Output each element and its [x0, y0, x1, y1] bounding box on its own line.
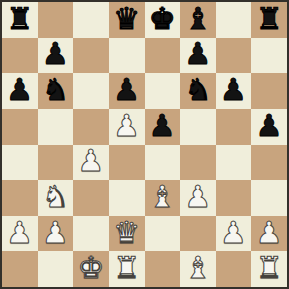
- square-f1[interactable]: ♝: [180, 251, 216, 287]
- square-f6[interactable]: ♞: [180, 73, 216, 109]
- square-d2[interactable]: ♛: [109, 216, 145, 252]
- piece-white-pawn[interactable]: ♟: [184, 182, 211, 212]
- piece-white-rook[interactable]: ♜: [113, 253, 140, 283]
- square-c8[interactable]: [73, 2, 109, 38]
- piece-white-pawn[interactable]: ♟: [256, 218, 283, 248]
- piece-black-rook[interactable]: ♜: [6, 4, 33, 34]
- square-e2[interactable]: [145, 216, 181, 252]
- piece-white-bishop[interactable]: ♝: [184, 253, 211, 283]
- piece-black-bishop[interactable]: ♝: [184, 4, 211, 34]
- piece-black-king[interactable]: ♚: [149, 4, 176, 34]
- piece-white-pawn[interactable]: ♟: [220, 218, 247, 248]
- square-h6[interactable]: [251, 73, 287, 109]
- square-a8[interactable]: ♜: [2, 2, 38, 38]
- square-e1[interactable]: [145, 251, 181, 287]
- square-h5[interactable]: ♟: [251, 109, 287, 145]
- square-b7[interactable]: ♟: [38, 38, 74, 74]
- square-a5[interactable]: [2, 109, 38, 145]
- square-f2[interactable]: [180, 216, 216, 252]
- square-f8[interactable]: ♝: [180, 2, 216, 38]
- piece-black-knight[interactable]: ♞: [42, 75, 69, 105]
- piece-black-pawn[interactable]: ♟: [149, 111, 176, 141]
- square-c2[interactable]: [73, 216, 109, 252]
- square-g8[interactable]: [216, 2, 252, 38]
- piece-black-pawn[interactable]: ♟: [6, 75, 33, 105]
- piece-white-pawn[interactable]: ♟: [6, 218, 33, 248]
- piece-white-rook[interactable]: ♜: [256, 253, 283, 283]
- square-e8[interactable]: ♚: [145, 2, 181, 38]
- square-f5[interactable]: [180, 109, 216, 145]
- square-a4[interactable]: [2, 145, 38, 181]
- square-d1[interactable]: ♜: [109, 251, 145, 287]
- piece-white-pawn[interactable]: ♟: [42, 218, 69, 248]
- square-h3[interactable]: [251, 180, 287, 216]
- square-f4[interactable]: [180, 145, 216, 181]
- piece-white-queen[interactable]: ♛: [113, 218, 140, 248]
- square-a1[interactable]: [2, 251, 38, 287]
- piece-black-pawn[interactable]: ♟: [220, 75, 247, 105]
- square-d7[interactable]: [109, 38, 145, 74]
- square-c5[interactable]: [73, 109, 109, 145]
- piece-black-pawn[interactable]: ♟: [256, 111, 283, 141]
- square-f7[interactable]: ♟: [180, 38, 216, 74]
- square-h4[interactable]: [251, 145, 287, 181]
- square-g5[interactable]: [216, 109, 252, 145]
- square-h7[interactable]: [251, 38, 287, 74]
- square-g4[interactable]: [216, 145, 252, 181]
- square-b3[interactable]: ♞: [38, 180, 74, 216]
- square-e5[interactable]: ♟: [145, 109, 181, 145]
- square-c1[interactable]: ♚: [73, 251, 109, 287]
- square-e7[interactable]: [145, 38, 181, 74]
- piece-white-pawn[interactable]: ♟: [78, 146, 105, 176]
- square-h1[interactable]: ♜: [251, 251, 287, 287]
- square-g6[interactable]: ♟: [216, 73, 252, 109]
- square-b4[interactable]: [38, 145, 74, 181]
- square-d4[interactable]: [109, 145, 145, 181]
- square-c3[interactable]: [73, 180, 109, 216]
- square-g7[interactable]: [216, 38, 252, 74]
- square-c4[interactable]: ♟: [73, 145, 109, 181]
- square-e3[interactable]: ♝: [145, 180, 181, 216]
- piece-black-knight[interactable]: ♞: [184, 75, 211, 105]
- square-g2[interactable]: ♟: [216, 216, 252, 252]
- square-h2[interactable]: ♟: [251, 216, 287, 252]
- piece-white-king[interactable]: ♚: [78, 253, 105, 283]
- square-h8[interactable]: ♜: [251, 2, 287, 38]
- chess-board: ♜♛♚♝♜♟♟♟♞♟♞♟♟♟♟♟♞♝♟♟♟♛♟♟♚♜♝♜: [0, 0, 289, 289]
- square-a3[interactable]: [2, 180, 38, 216]
- piece-black-pawn[interactable]: ♟: [42, 39, 69, 69]
- square-f3[interactable]: ♟: [180, 180, 216, 216]
- square-d6[interactable]: ♟: [109, 73, 145, 109]
- square-c7[interactable]: [73, 38, 109, 74]
- piece-black-pawn[interactable]: ♟: [184, 39, 211, 69]
- square-b5[interactable]: [38, 109, 74, 145]
- piece-black-pawn[interactable]: ♟: [113, 75, 140, 105]
- square-d3[interactable]: [109, 180, 145, 216]
- piece-white-knight[interactable]: ♞: [42, 182, 69, 212]
- square-d8[interactable]: ♛: [109, 2, 145, 38]
- square-g3[interactable]: [216, 180, 252, 216]
- square-d5[interactable]: ♟: [109, 109, 145, 145]
- piece-black-rook[interactable]: ♜: [256, 4, 283, 34]
- square-b2[interactable]: ♟: [38, 216, 74, 252]
- square-b6[interactable]: ♞: [38, 73, 74, 109]
- square-a2[interactable]: ♟: [2, 216, 38, 252]
- square-a7[interactable]: [2, 38, 38, 74]
- square-a6[interactable]: ♟: [2, 73, 38, 109]
- square-b8[interactable]: [38, 2, 74, 38]
- piece-white-bishop[interactable]: ♝: [149, 182, 176, 212]
- piece-white-pawn[interactable]: ♟: [113, 111, 140, 141]
- square-e4[interactable]: [145, 145, 181, 181]
- square-c6[interactable]: [73, 73, 109, 109]
- square-g1[interactable]: [216, 251, 252, 287]
- square-e6[interactable]: [145, 73, 181, 109]
- square-b1[interactable]: [38, 251, 74, 287]
- piece-black-queen[interactable]: ♛: [113, 4, 140, 34]
